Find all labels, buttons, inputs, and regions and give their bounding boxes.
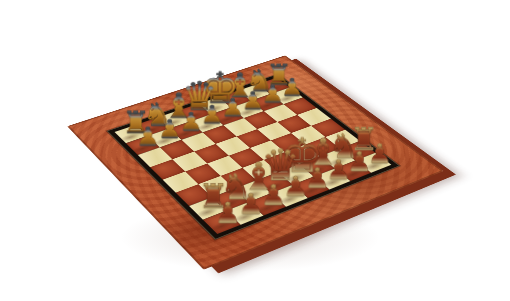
piece-white-pawn[interactable]: ♟ [283, 173, 308, 201]
piece-black-pawn[interactable]: ♟ [136, 124, 159, 150]
piece-white-pawn[interactable]: ♟ [214, 199, 240, 228]
piece-black-pawn[interactable]: ♟ [200, 102, 223, 127]
piece-white-pawn[interactable]: ♟ [238, 190, 263, 218]
piece-black-pawn[interactable]: ♟ [179, 109, 202, 135]
piece-white-pawn[interactable]: ♟ [260, 181, 285, 209]
piece-black-pawn[interactable]: ♟ [261, 82, 283, 107]
piece-black-pawn[interactable]: ♟ [281, 75, 303, 99]
piece-black-pawn[interactable]: ♟ [221, 95, 243, 120]
piece-black-pawn[interactable]: ♟ [158, 116, 181, 142]
scene: ♜♞♝♛♚♝♞♜♟♟♟♟♟♟♟♟♜♞♝♛♚♝♞♜♟♟♟♟♟♟♟♟ [0, 0, 510, 301]
piece-white-pawn[interactable]: ♟ [305, 165, 330, 192]
piece-black-pawn[interactable]: ♟ [241, 89, 263, 114]
